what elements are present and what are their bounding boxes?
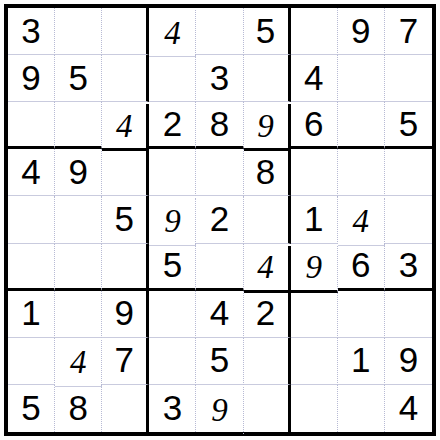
cell-r5c4[interactable]: 9 xyxy=(149,198,196,245)
cell-r3c3[interactable]: 4 xyxy=(102,104,149,151)
cell-r2c7[interactable]: 4 xyxy=(291,55,338,102)
cell-r1c8[interactable]: 9 xyxy=(338,8,385,55)
cell-r5c2[interactable] xyxy=(55,196,102,243)
cell-r4c5[interactable] xyxy=(196,149,243,196)
cell-r5c3[interactable]: 5 xyxy=(102,196,149,243)
cell-r2c5[interactable]: 3 xyxy=(196,55,243,102)
cell-r5c7[interactable]: 1 xyxy=(291,196,338,243)
cell-r9c1[interactable]: 5 xyxy=(8,385,55,432)
cell-r5c6[interactable] xyxy=(244,196,291,243)
cell-r9c7[interactable] xyxy=(291,385,338,432)
cell-r8c7[interactable] xyxy=(291,338,338,385)
cell-r8c9[interactable]: 9 xyxy=(385,338,432,385)
cell-r3c2[interactable] xyxy=(55,102,102,149)
cell-r1c9[interactable]: 7 xyxy=(385,8,432,55)
cell-r7c3[interactable]: 9 xyxy=(102,291,149,338)
cell-r2c8[interactable] xyxy=(338,55,385,102)
cell-r9c4[interactable]: 3 xyxy=(149,385,196,432)
cell-r1c2[interactable] xyxy=(55,8,102,55)
cell-r8c4[interactable] xyxy=(149,338,196,385)
cell-r1c4[interactable]: 4 xyxy=(149,10,196,57)
cell-r6c2[interactable] xyxy=(55,244,102,291)
cell-r2c6[interactable] xyxy=(244,55,291,102)
cell-r3c7[interactable]: 6 xyxy=(291,102,338,149)
cell-r4c4[interactable] xyxy=(149,149,196,196)
cell-r9c3[interactable] xyxy=(102,385,149,432)
cell-r5c1[interactable] xyxy=(8,196,55,243)
cell-r3c9[interactable]: 5 xyxy=(385,102,432,149)
cell-r8c1[interactable] xyxy=(8,338,55,385)
cell-r3c4[interactable]: 2 xyxy=(149,102,196,149)
cell-r1c3[interactable] xyxy=(102,8,149,55)
cell-r6c4[interactable]: 5 xyxy=(149,244,196,291)
cell-r1c1[interactable]: 3 xyxy=(8,8,55,55)
cell-r7c1[interactable]: 1 xyxy=(8,291,55,338)
cell-r7c6[interactable]: 2 xyxy=(244,291,291,338)
cell-r7c9[interactable] xyxy=(385,291,432,338)
cell-r5c5[interactable]: 2 xyxy=(196,196,243,243)
cell-r2c2[interactable]: 5 xyxy=(55,55,102,102)
cell-r6c8[interactable]: 6 xyxy=(338,244,385,291)
cell-r9c9[interactable]: 4 xyxy=(385,385,432,432)
cell-r3c1[interactable] xyxy=(8,102,55,149)
cell-r3c6[interactable]: 9 xyxy=(244,104,291,151)
cell-r9c5[interactable]: 9 xyxy=(196,387,243,434)
cell-r6c3[interactable] xyxy=(102,244,149,291)
cell-r8c2[interactable]: 4 xyxy=(55,340,102,387)
cell-r4c6[interactable]: 8 xyxy=(244,149,291,196)
cell-r3c5[interactable]: 8 xyxy=(196,102,243,149)
cell-r6c7[interactable]: 9 xyxy=(291,246,338,293)
cell-r9c8[interactable] xyxy=(338,385,385,432)
cell-r2c3[interactable] xyxy=(102,55,149,102)
cell-r9c6[interactable] xyxy=(244,385,291,432)
cell-r6c5[interactable] xyxy=(196,244,243,291)
cell-r5c8[interactable]: 4 xyxy=(338,198,385,245)
cell-r5c9[interactable] xyxy=(385,196,432,243)
cell-r7c4[interactable] xyxy=(149,291,196,338)
cell-r7c2[interactable] xyxy=(55,291,102,338)
sudoku-grid: 3459795344289654985921454963194247519583… xyxy=(8,8,432,432)
cell-r2c1[interactable]: 9 xyxy=(8,55,55,102)
cell-r4c9[interactable] xyxy=(385,149,432,196)
cell-r1c5[interactable] xyxy=(196,8,243,55)
cell-r1c6[interactable]: 5 xyxy=(244,8,291,55)
cell-r8c3[interactable]: 7 xyxy=(102,338,149,385)
cell-r7c8[interactable] xyxy=(338,291,385,338)
cell-r4c7[interactable] xyxy=(291,149,338,196)
cell-r6c6[interactable]: 4 xyxy=(244,246,291,293)
cell-r2c4[interactable] xyxy=(149,55,196,102)
cell-r7c5[interactable]: 4 xyxy=(196,291,243,338)
cell-r4c2[interactable]: 9 xyxy=(55,149,102,196)
cell-r8c6[interactable] xyxy=(244,338,291,385)
cell-r4c8[interactable] xyxy=(338,149,385,196)
cell-r6c1[interactable] xyxy=(8,244,55,291)
cell-r4c1[interactable]: 4 xyxy=(8,149,55,196)
cell-r8c8[interactable]: 1 xyxy=(338,338,385,385)
cell-r4c3[interactable] xyxy=(102,149,149,196)
cell-r9c2[interactable]: 8 xyxy=(55,385,102,432)
cell-r8c5[interactable]: 5 xyxy=(196,338,243,385)
cell-r1c7[interactable] xyxy=(291,8,338,55)
cell-r2c9[interactable] xyxy=(385,55,432,102)
cell-r6c9[interactable]: 3 xyxy=(385,244,432,291)
sudoku-board: 3459795344289654985921454963194247519583… xyxy=(4,4,436,436)
cell-r3c8[interactable] xyxy=(338,102,385,149)
cell-r7c7[interactable] xyxy=(291,291,338,338)
